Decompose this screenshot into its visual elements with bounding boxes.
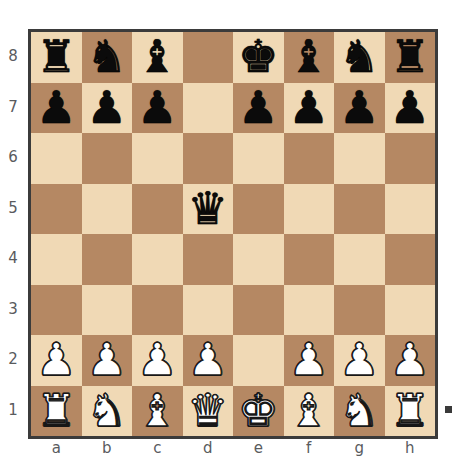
move-indicator <box>445 406 452 413</box>
file-labels: abcdefgh <box>31 437 435 459</box>
square-e5[interactable] <box>233 184 284 235</box>
square-g6[interactable] <box>334 133 385 184</box>
piece-wB-c1[interactable]: ♝ <box>137 386 177 437</box>
piece-bK-e8[interactable]: ♚ <box>238 32 278 83</box>
piece-wP-h2[interactable]: ♟ <box>390 335 430 386</box>
file-label-a: a <box>31 437 82 459</box>
piece-wR-h1[interactable]: ♜ <box>390 386 430 437</box>
piece-wP-b2[interactable]: ♟ <box>87 335 127 386</box>
square-c1[interactable]: ♝ <box>132 386 183 437</box>
square-h2[interactable]: ♟ <box>385 335 436 386</box>
square-d1[interactable]: ♛ <box>183 386 234 437</box>
square-d6[interactable] <box>183 133 234 184</box>
square-c4[interactable] <box>132 234 183 285</box>
square-c7[interactable]: ♟ <box>132 83 183 134</box>
rank-label-3: 3 <box>0 284 26 335</box>
square-d4[interactable] <box>183 234 234 285</box>
square-h1[interactable]: ♜ <box>385 386 436 437</box>
rank-label-6: 6 <box>0 132 26 183</box>
square-f4[interactable] <box>284 234 335 285</box>
square-h5[interactable] <box>385 184 436 235</box>
rank-label-5: 5 <box>0 183 26 234</box>
square-a7[interactable]: ♟ <box>31 83 82 134</box>
square-a4[interactable] <box>31 234 82 285</box>
square-e7[interactable]: ♟ <box>233 83 284 134</box>
square-g5[interactable] <box>334 184 385 235</box>
square-h6[interactable] <box>385 133 436 184</box>
piece-bP-f7[interactable]: ♟ <box>289 83 329 134</box>
file-label-g: g <box>334 437 385 459</box>
board-frame: ♜♞♝♚♝♞♜♟♟♟♟♟♟♟♛♟♟♟♟♟♟♟♜♞♝♛♚♝♞♜ <box>28 29 438 439</box>
piece-bB-c8[interactable]: ♝ <box>137 32 177 83</box>
square-d7[interactable] <box>183 83 234 134</box>
piece-bP-h7[interactable]: ♟ <box>390 83 430 134</box>
piece-wP-c2[interactable]: ♟ <box>137 335 177 386</box>
square-c6[interactable] <box>132 133 183 184</box>
square-h3[interactable] <box>385 285 436 336</box>
rank-labels: 87654321 <box>0 31 26 435</box>
rank-label-1: 1 <box>0 385 26 436</box>
square-f7[interactable]: ♟ <box>284 83 335 134</box>
piece-bR-a8[interactable]: ♜ <box>36 32 76 83</box>
piece-wP-d2[interactable]: ♟ <box>188 335 228 386</box>
square-b7[interactable]: ♟ <box>82 83 133 134</box>
piece-wN-g1[interactable]: ♞ <box>339 386 379 437</box>
square-f3[interactable] <box>284 285 335 336</box>
square-e4[interactable] <box>233 234 284 285</box>
square-f2[interactable]: ♟ <box>284 335 335 386</box>
piece-bB-f8[interactable]: ♝ <box>289 32 329 83</box>
piece-wP-a2[interactable]: ♟ <box>36 335 76 386</box>
file-label-b: b <box>82 437 133 459</box>
file-label-e: e <box>233 437 284 459</box>
square-d2[interactable]: ♟ <box>183 335 234 386</box>
square-h7[interactable]: ♟ <box>385 83 436 134</box>
square-f6[interactable] <box>284 133 335 184</box>
square-g7[interactable]: ♟ <box>334 83 385 134</box>
square-e2[interactable] <box>233 335 284 386</box>
square-c2[interactable]: ♟ <box>132 335 183 386</box>
file-label-f: f <box>284 437 335 459</box>
square-h4[interactable] <box>385 234 436 285</box>
piece-bP-c7[interactable]: ♟ <box>137 83 177 134</box>
square-a3[interactable] <box>31 285 82 336</box>
square-e3[interactable] <box>233 285 284 336</box>
square-c3[interactable] <box>132 285 183 336</box>
square-g4[interactable] <box>334 234 385 285</box>
piece-bQ-d5[interactable]: ♛ <box>188 184 228 235</box>
square-e1[interactable]: ♚ <box>233 386 284 437</box>
square-c5[interactable] <box>132 184 183 235</box>
rank-label-8: 8 <box>0 31 26 82</box>
square-d8[interactable] <box>183 32 234 83</box>
square-b8[interactable]: ♞ <box>82 32 133 83</box>
square-e6[interactable] <box>233 133 284 184</box>
square-b3[interactable] <box>82 285 133 336</box>
piece-bP-b7[interactable]: ♟ <box>87 83 127 134</box>
square-c8[interactable]: ♝ <box>132 32 183 83</box>
square-b1[interactable]: ♞ <box>82 386 133 437</box>
file-label-h: h <box>385 437 436 459</box>
piece-wB-f1[interactable]: ♝ <box>289 386 329 437</box>
piece-bP-a7[interactable]: ♟ <box>36 83 76 134</box>
piece-bP-g7[interactable]: ♟ <box>339 83 379 134</box>
square-b4[interactable] <box>82 234 133 285</box>
square-g8[interactable]: ♞ <box>334 32 385 83</box>
rank-label-4: 4 <box>0 233 26 284</box>
square-g1[interactable]: ♞ <box>334 386 385 437</box>
board: ♜♞♝♚♝♞♜♟♟♟♟♟♟♟♛♟♟♟♟♟♟♟♜♞♝♛♚♝♞♜ <box>31 32 435 436</box>
piece-bN-b8[interactable]: ♞ <box>87 32 127 83</box>
square-f5[interactable] <box>284 184 335 235</box>
chess-diagram: 87654321 ♜♞♝♚♝♞♜♟♟♟♟♟♟♟♛♟♟♟♟♟♟♟♜♞♝♛♚♝♞♜ … <box>0 0 464 464</box>
square-f8[interactable]: ♝ <box>284 32 335 83</box>
piece-bN-g8[interactable]: ♞ <box>339 32 379 83</box>
square-b6[interactable] <box>82 133 133 184</box>
square-a1[interactable]: ♜ <box>31 386 82 437</box>
square-e8[interactable]: ♚ <box>233 32 284 83</box>
square-d5[interactable]: ♛ <box>183 184 234 235</box>
file-label-c: c <box>132 437 183 459</box>
piece-bR-h8[interactable]: ♜ <box>390 32 430 83</box>
piece-wK-e1[interactable]: ♚ <box>238 386 278 437</box>
piece-bP-e7[interactable]: ♟ <box>238 83 278 134</box>
piece-wP-g2[interactable]: ♟ <box>339 335 379 386</box>
piece-wQ-d1[interactable]: ♛ <box>188 386 228 437</box>
square-f1[interactable]: ♝ <box>284 386 335 437</box>
square-a5[interactable] <box>31 184 82 235</box>
square-g2[interactable]: ♟ <box>334 335 385 386</box>
square-h8[interactable]: ♜ <box>385 32 436 83</box>
square-a6[interactable] <box>31 133 82 184</box>
piece-wR-a1[interactable]: ♜ <box>36 386 76 437</box>
piece-wN-b1[interactable]: ♞ <box>87 386 127 437</box>
square-b5[interactable] <box>82 184 133 235</box>
rank-label-2: 2 <box>0 334 26 385</box>
square-a8[interactable]: ♜ <box>31 32 82 83</box>
piece-wP-f2[interactable]: ♟ <box>289 335 329 386</box>
square-a2[interactable]: ♟ <box>31 335 82 386</box>
square-g3[interactable] <box>334 285 385 336</box>
rank-label-7: 7 <box>0 82 26 133</box>
file-label-d: d <box>183 437 234 459</box>
square-b2[interactable]: ♟ <box>82 335 133 386</box>
square-d3[interactable] <box>183 285 234 336</box>
